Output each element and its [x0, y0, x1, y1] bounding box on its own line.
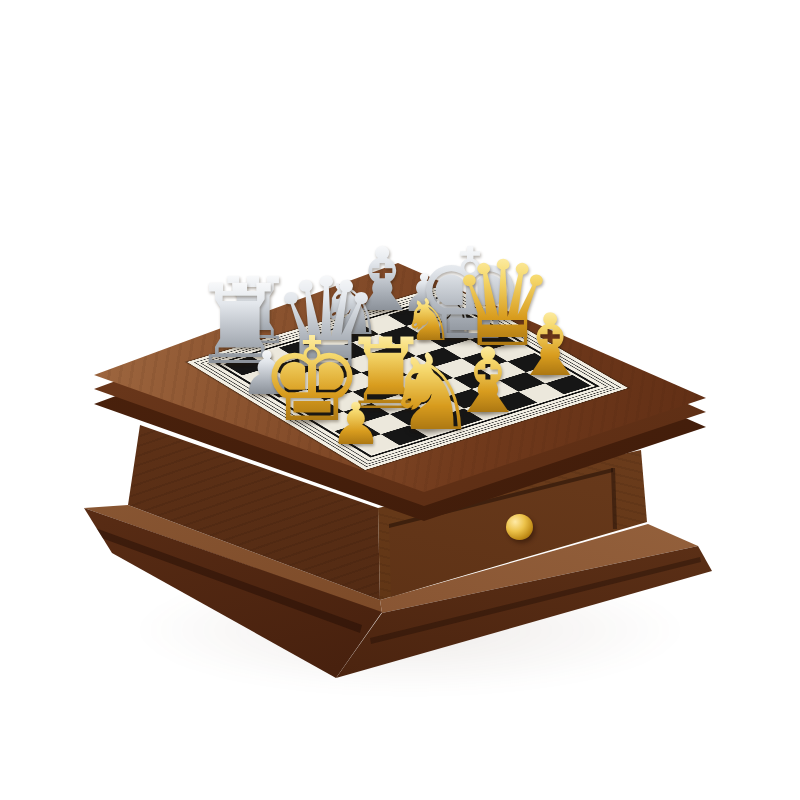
drawer-knob: [506, 514, 533, 540]
product-photo: ♟♝♞♞♚♞♜♛♜♛♝♟♜♝♚♞♟: [0, 0, 800, 800]
